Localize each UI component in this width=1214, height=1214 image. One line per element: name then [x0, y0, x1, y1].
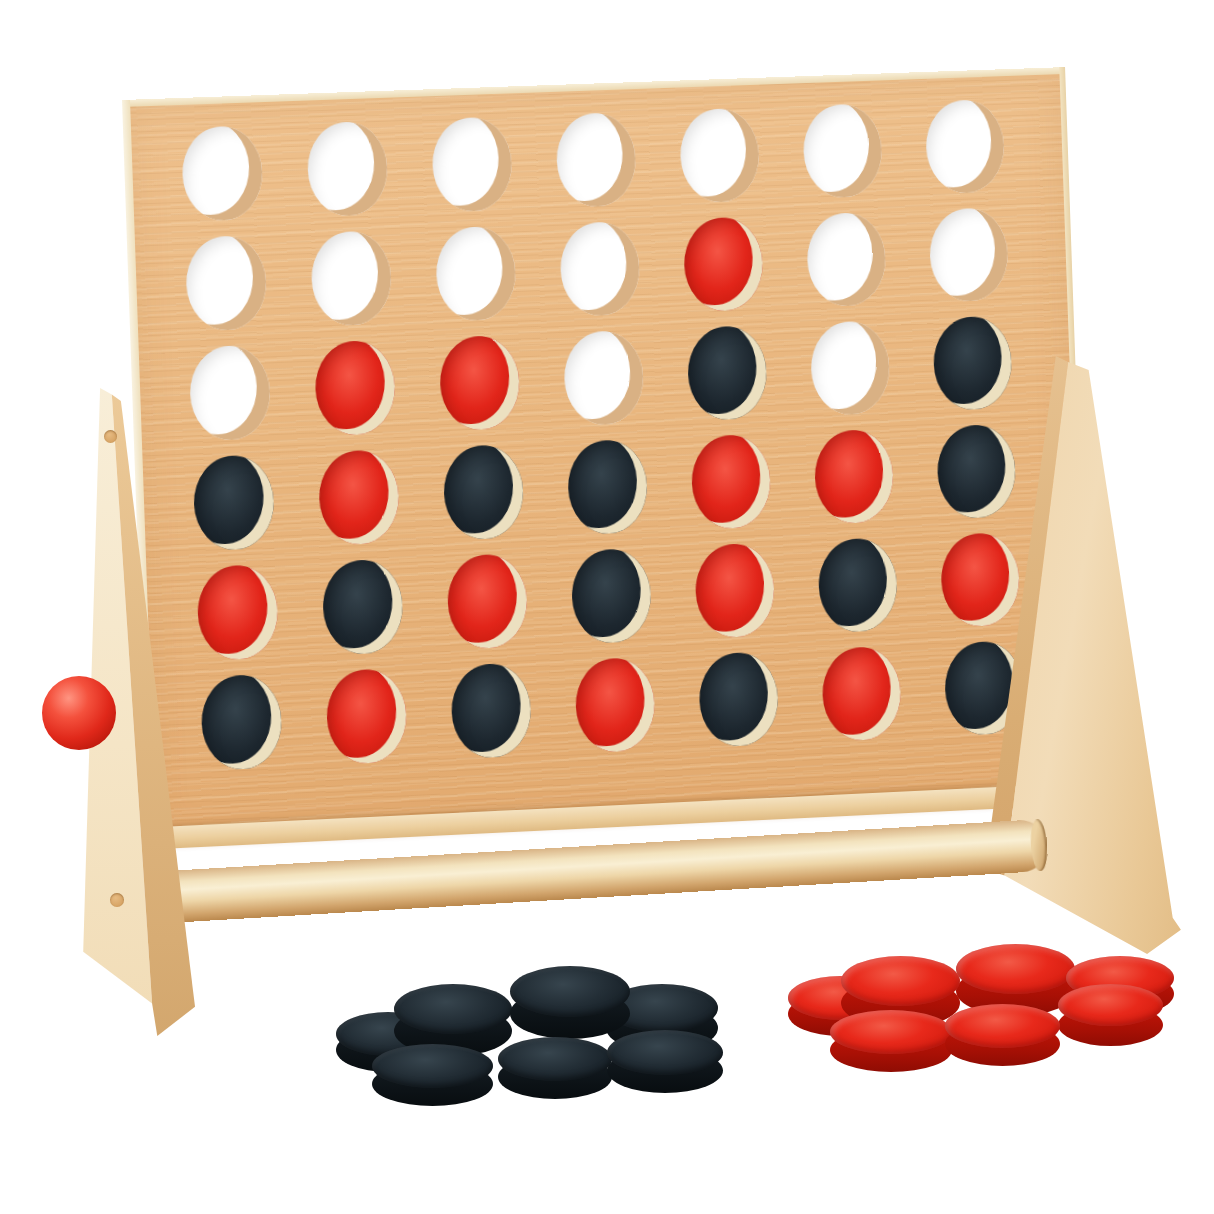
red-tray-disc-6-top	[830, 1010, 952, 1054]
black-disc-r5c4[interactable]	[570, 548, 652, 645]
empty-hole-r2c2[interactable]	[310, 230, 393, 327]
black-disc-r6c5[interactable]	[698, 651, 779, 748]
red-disc-r5c1[interactable]	[196, 564, 279, 661]
empty-hole-r1c3[interactable]	[431, 116, 513, 212]
empty-hole-r3c4[interactable]	[563, 330, 645, 426]
empty-hole-r2c6[interactable]	[806, 212, 887, 308]
left-leg-dowel-peg-bottom	[110, 893, 124, 907]
red-disc-r6c4[interactable]	[574, 657, 656, 754]
black-tray-disc-5-top	[372, 1044, 493, 1088]
black-tray-disc-6-top	[498, 1037, 612, 1081]
red-disc-r6c6[interactable]	[821, 646, 902, 742]
black-disc-r5c6[interactable]	[817, 537, 898, 633]
left-leg-dowel-peg-top	[104, 430, 117, 443]
empty-hole-r2c4[interactable]	[559, 221, 641, 317]
black-disc-r5c2[interactable]	[322, 558, 405, 655]
empty-hole-r1c6[interactable]	[802, 103, 883, 199]
black-tray-disc-6[interactable]	[498, 1037, 612, 1099]
empty-hole-r1c4[interactable]	[555, 112, 637, 208]
black-disc-r3c5[interactable]	[687, 325, 768, 421]
red-disc-r2c5[interactable]	[683, 216, 764, 312]
board-grid	[181, 99, 1024, 771]
black-disc-r4c4[interactable]	[567, 439, 649, 535]
red-disc-r4c6[interactable]	[813, 429, 894, 525]
red-tray-disc-7-top	[945, 1004, 1060, 1048]
black-tray-disc-7[interactable]	[607, 1030, 723, 1093]
empty-hole-r1c7[interactable]	[925, 99, 1006, 194]
red-disc-r3c2[interactable]	[314, 340, 397, 437]
red-tray-disc-5[interactable]	[1058, 984, 1163, 1046]
red-tray-disc-6[interactable]	[830, 1010, 952, 1072]
black-disc-r4c3[interactable]	[442, 444, 524, 541]
black-tray-disc-4[interactable]	[510, 966, 630, 1039]
black-tray-disc-2-top	[394, 984, 512, 1034]
red-disc-r5c5[interactable]	[694, 542, 775, 638]
connect-four-product-photo	[0, 0, 1214, 1214]
black-tray-disc-7-top	[607, 1030, 723, 1075]
red-disc-r3c3[interactable]	[439, 335, 521, 432]
black-disc-r6c3[interactable]	[450, 662, 532, 759]
red-disc-r4c5[interactable]	[690, 434, 771, 530]
black-disc-r6c1[interactable]	[200, 673, 283, 770]
empty-hole-r3c6[interactable]	[810, 320, 891, 416]
empty-hole-r1c5[interactable]	[679, 108, 760, 204]
empty-hole-r2c7[interactable]	[928, 207, 1009, 303]
red-tray-disc-3-top	[841, 956, 960, 1006]
red-disc-r6c2[interactable]	[325, 668, 408, 765]
empty-hole-r1c1[interactable]	[181, 125, 264, 222]
empty-hole-r1c2[interactable]	[306, 121, 389, 217]
empty-hole-r2c3[interactable]	[435, 225, 517, 321]
empty-hole-r2c1[interactable]	[185, 235, 268, 332]
red-disc-r5c3[interactable]	[446, 553, 528, 650]
game-board	[122, 67, 1091, 849]
red-tray-disc-7[interactable]	[945, 1004, 1060, 1066]
black-tray-disc-4-top	[510, 966, 630, 1017]
red-knob[interactable]	[42, 676, 116, 750]
black-tray-disc-5[interactable]	[372, 1044, 493, 1106]
red-disc-r4c2[interactable]	[318, 449, 401, 546]
red-tray-disc-5-top	[1058, 984, 1163, 1026]
